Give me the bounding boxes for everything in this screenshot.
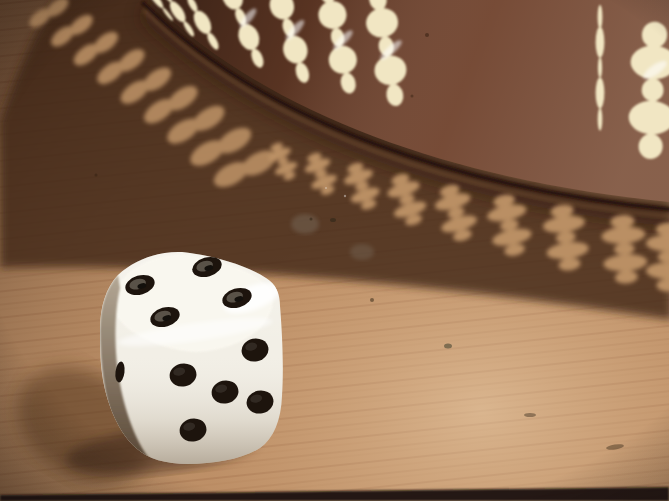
photo-dice-scene — [0, 0, 669, 501]
scene-canvas — [0, 0, 669, 501]
photo-vignette — [0, 0, 669, 501]
